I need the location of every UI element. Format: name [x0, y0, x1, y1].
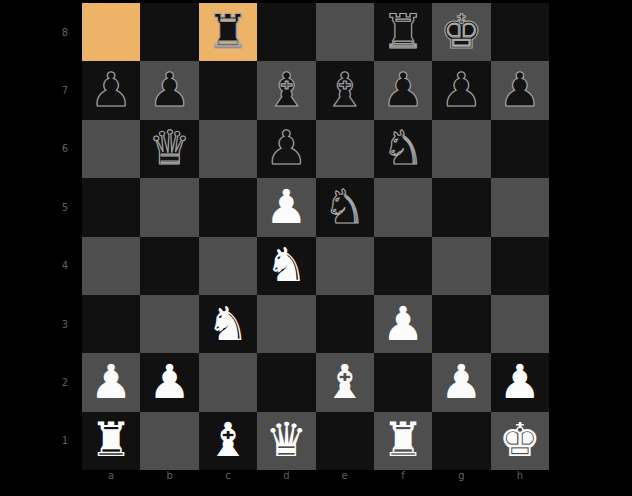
square-d5[interactable]: ♟ [257, 178, 315, 236]
square-e3[interactable] [316, 295, 374, 353]
square-f2[interactable] [374, 353, 432, 411]
square-e4[interactable] [316, 237, 374, 295]
rank-label-4: 4 [56, 237, 74, 295]
file-label-e: e [316, 468, 374, 483]
square-b3[interactable] [140, 295, 198, 353]
square-d3[interactable] [257, 295, 315, 353]
square-d2[interactable] [257, 353, 315, 411]
square-g6[interactable] [432, 120, 490, 178]
piece-white-king[interactable]: ♚ [499, 416, 541, 463]
piece-black-bishop[interactable]: ♝ [265, 66, 307, 113]
piece-white-pawn[interactable]: ♟ [499, 358, 541, 405]
piece-black-pawn[interactable]: ♟ [440, 66, 482, 113]
square-b1[interactable] [140, 412, 198, 470]
rank-label-6: 6 [56, 120, 74, 178]
piece-black-pawn[interactable]: ♟ [265, 124, 307, 171]
piece-white-pawn[interactable]: ♟ [382, 300, 424, 347]
piece-white-bishop[interactable]: ♝ [207, 416, 249, 463]
rank-label-8: 8 [56, 3, 74, 61]
rank-label-7: 7 [56, 61, 74, 119]
rank-label-5: 5 [56, 178, 74, 236]
square-a2[interactable]: ♟ [82, 353, 140, 411]
square-b5[interactable] [140, 178, 198, 236]
square-d4[interactable]: ♞ [257, 237, 315, 295]
chess-app: 87654321 ♜♜♚♟♟♝♝♟♟♟♛♟♞♟♞♞♞♟♟♟♝♟♟♜♝♛♜♚ ab… [0, 0, 632, 496]
rank-label-2: 2 [56, 353, 74, 411]
piece-white-pawn[interactable]: ♟ [148, 358, 190, 405]
square-g1[interactable] [432, 412, 490, 470]
square-g8[interactable]: ♚ [432, 3, 490, 61]
square-b4[interactable] [140, 237, 198, 295]
square-c4[interactable] [199, 237, 257, 295]
piece-black-queen[interactable]: ♛ [148, 124, 190, 171]
file-label-a: a [82, 468, 140, 483]
piece-black-bishop[interactable]: ♝ [324, 66, 366, 113]
square-c2[interactable] [199, 353, 257, 411]
square-e8[interactable] [316, 3, 374, 61]
square-h3[interactable] [491, 295, 549, 353]
square-a5[interactable] [82, 178, 140, 236]
square-h4[interactable] [491, 237, 549, 295]
square-e7[interactable]: ♝ [316, 61, 374, 119]
square-b7[interactable]: ♟ [140, 61, 198, 119]
square-a7[interactable]: ♟ [82, 61, 140, 119]
piece-black-pawn[interactable]: ♟ [148, 66, 190, 113]
square-c5[interactable] [199, 178, 257, 236]
square-h6[interactable] [491, 120, 549, 178]
file-label-g: g [432, 468, 490, 483]
piece-white-bishop[interactable]: ♝ [324, 358, 366, 405]
square-a8[interactable] [82, 3, 140, 61]
file-label-c: c [199, 468, 257, 483]
piece-white-pawn[interactable]: ♟ [265, 183, 307, 230]
square-a3[interactable] [82, 295, 140, 353]
piece-black-king[interactable]: ♚ [440, 8, 482, 55]
piece-black-rook[interactable]: ♜ [207, 8, 249, 55]
square-e2[interactable]: ♝ [316, 353, 374, 411]
square-b8[interactable] [140, 3, 198, 61]
square-f7[interactable]: ♟ [374, 61, 432, 119]
square-a6[interactable] [82, 120, 140, 178]
square-h5[interactable] [491, 178, 549, 236]
rank-label-1: 1 [56, 412, 74, 470]
square-e5[interactable]: ♞ [316, 178, 374, 236]
square-b6[interactable]: ♛ [140, 120, 198, 178]
square-d8[interactable] [257, 3, 315, 61]
square-c8[interactable]: ♜ [199, 3, 257, 61]
square-d6[interactable]: ♟ [257, 120, 315, 178]
file-label-b: b [140, 468, 198, 483]
piece-white-pawn[interactable]: ♟ [440, 358, 482, 405]
square-c7[interactable] [199, 61, 257, 119]
square-f5[interactable] [374, 178, 432, 236]
chess-board: ♜♜♚♟♟♝♝♟♟♟♛♟♞♟♞♞♞♟♟♟♝♟♟♜♝♛♜♚ [82, 3, 549, 470]
square-c3[interactable]: ♞ [199, 295, 257, 353]
square-a1[interactable]: ♜ [82, 412, 140, 470]
square-h8[interactable] [491, 3, 549, 61]
square-f3[interactable]: ♟ [374, 295, 432, 353]
piece-black-pawn[interactable]: ♟ [90, 66, 132, 113]
piece-white-pawn[interactable]: ♟ [90, 358, 132, 405]
square-b2[interactable]: ♟ [140, 353, 198, 411]
square-a4[interactable] [82, 237, 140, 295]
square-g3[interactable] [432, 295, 490, 353]
square-g7[interactable]: ♟ [432, 61, 490, 119]
rank-label-3: 3 [56, 295, 74, 353]
rank-labels: 87654321 [56, 3, 74, 470]
square-f8[interactable]: ♜ [374, 3, 432, 61]
square-c1[interactable]: ♝ [199, 412, 257, 470]
square-h7[interactable]: ♟ [491, 61, 549, 119]
file-label-f: f [374, 468, 432, 483]
square-f4[interactable] [374, 237, 432, 295]
square-d7[interactable]: ♝ [257, 61, 315, 119]
piece-white-knight[interactable]: ♞ [207, 300, 249, 347]
square-e1[interactable] [316, 412, 374, 470]
piece-black-pawn[interactable]: ♟ [382, 66, 424, 113]
square-h1[interactable]: ♚ [491, 412, 549, 470]
square-c6[interactable] [199, 120, 257, 178]
file-labels: abcdefgh [82, 468, 549, 483]
piece-white-knight[interactable]: ♞ [265, 241, 307, 288]
square-d1[interactable]: ♛ [257, 412, 315, 470]
file-label-h: h [491, 468, 549, 483]
piece-white-queen[interactable]: ♛ [265, 416, 307, 463]
piece-black-knight[interactable]: ♞ [382, 124, 424, 171]
square-f1[interactable]: ♜ [374, 412, 432, 470]
square-g2[interactable]: ♟ [432, 353, 490, 411]
square-e6[interactable] [316, 120, 374, 178]
file-label-d: d [257, 468, 315, 483]
square-f6[interactable]: ♞ [374, 120, 432, 178]
piece-white-rook[interactable]: ♜ [90, 416, 132, 463]
square-g4[interactable] [432, 237, 490, 295]
square-h2[interactable]: ♟ [491, 353, 549, 411]
square-g5[interactable] [432, 178, 490, 236]
piece-black-rook[interactable]: ♜ [382, 8, 424, 55]
piece-black-pawn[interactable]: ♟ [499, 66, 541, 113]
piece-white-rook[interactable]: ♜ [382, 416, 424, 463]
piece-black-knight[interactable]: ♞ [324, 183, 366, 230]
